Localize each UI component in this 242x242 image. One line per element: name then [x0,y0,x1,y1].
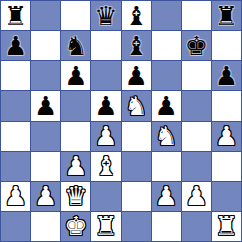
square-d3[interactable]: ♝ [91,152,120,181]
square-f3[interactable] [152,152,181,181]
black-pawn-e6[interactable]: ♟ [124,63,147,89]
square-f4[interactable]: ♞ [152,122,181,151]
black-rook-a8[interactable]: ♜ [4,3,27,29]
square-b6[interactable] [31,61,60,90]
square-c6[interactable]: ♟ [61,61,90,90]
black-pawn-f5[interactable]: ♟ [155,93,178,119]
square-c3[interactable]: ♟ [61,152,90,181]
square-e6[interactable]: ♟ [122,61,151,90]
square-b3[interactable] [31,152,60,181]
square-d1[interactable]: ♜ [91,212,120,241]
square-c7[interactable]: ♞ [61,31,90,60]
black-pawn-h6[interactable]: ♟ [215,63,238,89]
square-f5[interactable]: ♟ [152,91,181,120]
square-f2[interactable]: ♟ [152,182,181,211]
square-a7[interactable]: ♟ [1,31,30,60]
square-g1[interactable] [182,212,211,241]
white-king-c1[interactable]: ♚ [64,213,87,239]
black-pawn-b5[interactable]: ♟ [34,93,57,119]
square-c4[interactable] [61,122,90,151]
square-b5[interactable]: ♟ [31,91,60,120]
square-c8[interactable] [61,1,90,30]
square-f8[interactable] [152,1,181,30]
square-e3[interactable] [122,152,151,181]
black-bishop-e7[interactable]: ♝ [124,33,147,59]
white-pawn-f2[interactable]: ♟ [155,183,178,209]
square-d7[interactable] [91,31,120,60]
square-g4[interactable] [182,122,211,151]
square-c5[interactable] [61,91,90,120]
white-knight-f4[interactable]: ♞ [155,123,178,149]
square-g2[interactable]: ♟ [182,182,211,211]
square-a5[interactable] [1,91,30,120]
square-b8[interactable] [31,1,60,30]
square-h8[interactable]: ♜ [212,1,241,30]
black-knight-c7[interactable]: ♞ [64,33,87,59]
square-d8[interactable]: ♛ [91,1,120,30]
black-pawn-a7[interactable]: ♟ [4,33,27,59]
square-e2[interactable] [122,182,151,211]
square-c2[interactable]: ♛ [61,182,90,211]
white-knight-e5[interactable]: ♞ [124,93,147,119]
square-h2[interactable] [212,182,241,211]
black-pawn-d5[interactable]: ♟ [94,93,117,119]
square-e4[interactable] [122,122,151,151]
white-pawn-a2[interactable]: ♟ [4,183,27,209]
white-pawn-g2[interactable]: ♟ [185,183,208,209]
square-g5[interactable] [182,91,211,120]
square-a6[interactable] [1,61,30,90]
square-a8[interactable]: ♜ [1,1,30,30]
square-a1[interactable] [1,212,30,241]
square-e8[interactable]: ♝ [122,1,151,30]
square-d4[interactable]: ♟ [91,122,120,151]
square-c1[interactable]: ♚ [61,212,90,241]
white-rook-h1[interactable]: ♜ [215,213,238,239]
white-pawn-c3[interactable]: ♟ [64,153,87,179]
chess-board: ♜♛♝♜♟♞♝♚♟♟♟♟♟♞♟♟♞♟♟♝♟♟♛♟♟♚♜♜ [0,0,242,242]
square-h7[interactable] [212,31,241,60]
square-b4[interactable] [31,122,60,151]
square-g3[interactable] [182,152,211,181]
white-pawn-h4[interactable]: ♟ [215,123,238,149]
white-rook-d1[interactable]: ♜ [94,213,117,239]
square-f1[interactable] [152,212,181,241]
square-b2[interactable]: ♟ [31,182,60,211]
square-e1[interactable] [122,212,151,241]
black-pawn-c6[interactable]: ♟ [64,63,87,89]
white-pawn-b2[interactable]: ♟ [34,183,57,209]
square-h3[interactable] [212,152,241,181]
square-g7[interactable]: ♚ [182,31,211,60]
black-queen-d8[interactable]: ♛ [94,3,117,29]
square-f7[interactable] [152,31,181,60]
square-h5[interactable] [212,91,241,120]
white-queen-c2[interactable]: ♛ [64,183,87,209]
square-g8[interactable] [182,1,211,30]
square-a2[interactable]: ♟ [1,182,30,211]
black-rook-h8[interactable]: ♜ [215,3,238,29]
black-king-g7[interactable]: ♚ [185,33,208,59]
square-g6[interactable] [182,61,211,90]
square-b1[interactable] [31,212,60,241]
square-d6[interactable] [91,61,120,90]
square-a3[interactable] [1,152,30,181]
square-f6[interactable] [152,61,181,90]
square-h1[interactable]: ♜ [212,212,241,241]
square-a4[interactable] [1,122,30,151]
square-d2[interactable] [91,182,120,211]
square-h4[interactable]: ♟ [212,122,241,151]
white-bishop-d3[interactable]: ♝ [94,153,117,179]
square-b7[interactable] [31,31,60,60]
square-d5[interactable]: ♟ [91,91,120,120]
square-e7[interactable]: ♝ [122,31,151,60]
black-bishop-e8[interactable]: ♝ [124,3,147,29]
white-pawn-d4[interactable]: ♟ [94,123,117,149]
square-e5[interactable]: ♞ [122,91,151,120]
square-h6[interactable]: ♟ [212,61,241,90]
